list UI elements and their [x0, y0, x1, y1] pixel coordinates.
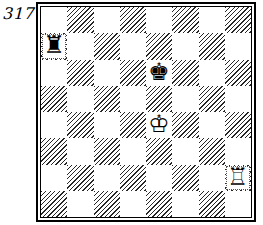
chess-board: ♜♚♔♖ [36, 2, 256, 222]
square-g8 [199, 7, 225, 33]
square-c7 [94, 33, 120, 59]
square-b3 [67, 138, 93, 164]
square-a5 [41, 86, 67, 112]
square-d8 [120, 7, 146, 33]
square-g4 [199, 112, 225, 138]
square-h7 [225, 33, 251, 59]
square-f5 [172, 86, 198, 112]
square-e1 [146, 191, 172, 217]
square-g5 [199, 86, 225, 112]
square-f8 [172, 7, 198, 33]
square-h5 [225, 86, 251, 112]
square-d3 [120, 138, 146, 164]
square-e2 [146, 165, 172, 191]
square-g1 [199, 191, 225, 217]
square-a3 [41, 138, 67, 164]
square-c5 [94, 86, 120, 112]
square-b2 [67, 165, 93, 191]
square-h3 [225, 138, 251, 164]
square-f4 [172, 112, 198, 138]
square-d5 [120, 86, 146, 112]
square-b5 [67, 86, 93, 112]
square-d7 [120, 33, 146, 59]
square-f6 [172, 60, 198, 86]
square-a6 [41, 60, 67, 86]
square-c2 [94, 165, 120, 191]
square-d6 [120, 60, 146, 86]
board-grid: ♜♚♔♖ [41, 7, 251, 217]
square-b7 [67, 33, 93, 59]
square-g2 [199, 165, 225, 191]
square-e8 [146, 7, 172, 33]
square-h2: ♖ [225, 165, 251, 191]
square-g3 [199, 138, 225, 164]
square-h8 [225, 7, 251, 33]
diagram-number: 317 [1, 4, 35, 23]
black-king: ♚ [148, 59, 170, 85]
square-a2 [41, 165, 67, 191]
square-f7 [172, 33, 198, 59]
square-c3 [94, 138, 120, 164]
square-d2 [120, 165, 146, 191]
square-f1 [172, 191, 198, 217]
square-a1 [41, 191, 67, 217]
square-e6: ♚ [146, 60, 172, 86]
square-d1 [120, 191, 146, 217]
square-a4 [41, 112, 67, 138]
square-c8 [94, 7, 120, 33]
square-c1 [94, 191, 120, 217]
square-b6 [67, 60, 93, 86]
square-b8 [67, 7, 93, 33]
square-g6 [199, 60, 225, 86]
square-f3 [172, 138, 198, 164]
white-king: ♔ [148, 111, 170, 137]
square-e4: ♔ [146, 112, 172, 138]
square-c6 [94, 60, 120, 86]
square-b1 [67, 191, 93, 217]
square-h1 [225, 191, 251, 217]
black-rook: ♜ [43, 32, 65, 58]
board-inner-border: ♜♚♔♖ [40, 6, 252, 218]
square-e7 [146, 33, 172, 59]
square-f2 [172, 165, 198, 191]
square-a8 [41, 7, 67, 33]
square-c4 [94, 112, 120, 138]
square-e5 [146, 86, 172, 112]
square-g7 [199, 33, 225, 59]
square-a7: ♜ [41, 33, 67, 59]
square-h6 [225, 60, 251, 86]
square-b4 [67, 112, 93, 138]
white-rook: ♖ [227, 164, 249, 190]
square-d4 [120, 112, 146, 138]
square-h4 [225, 112, 251, 138]
square-e3 [146, 138, 172, 164]
